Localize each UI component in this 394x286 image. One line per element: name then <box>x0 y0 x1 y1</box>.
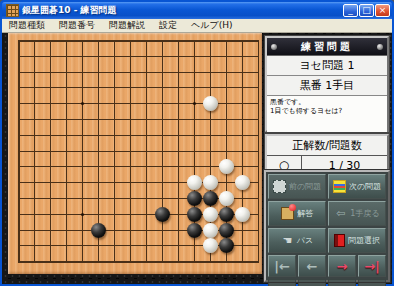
board-grid-icon <box>273 180 286 193</box>
empty-button-row <box>268 279 386 286</box>
nav-first-button[interactable]: |← <box>268 255 296 277</box>
go-board[interactable] <box>8 33 262 274</box>
nav-next-button[interactable]: → <box>328 255 356 277</box>
problem-panel-header: 練習問題 <box>267 38 387 56</box>
star-point <box>81 213 84 216</box>
black-stone <box>219 238 234 253</box>
white-stone <box>235 175 250 190</box>
problem-select-button[interactable]: 問題選択 <box>328 228 386 253</box>
score-header: 正解数/問題数 <box>267 136 387 156</box>
next-problem-button[interactable]: 次の問題 <box>328 174 386 199</box>
black-stone <box>91 223 106 238</box>
answer-board-icon <box>281 207 294 220</box>
white-stone <box>235 207 250 222</box>
screw-icon <box>377 44 383 50</box>
black-stone <box>187 207 202 222</box>
white-stone <box>203 238 218 253</box>
problem-type-label: ヨセ問題 1 <box>267 56 387 76</box>
prev-problem-button[interactable]: 前の問題 <box>268 174 326 199</box>
black-stone <box>219 207 234 222</box>
white-stone <box>187 175 202 190</box>
turn-label: 黒番 1手目 <box>267 76 387 96</box>
button-grid: 前の問題 次の問題 解答 ⇦ 1手戻る ☚ パス <box>268 174 386 253</box>
navigation-row: |← ← → →| <box>268 255 386 277</box>
screw-icon <box>271 44 277 50</box>
black-stone <box>203 191 218 206</box>
white-stone <box>203 223 218 238</box>
problem-info-box: 練習問題 ヨセ問題 1 黒番 1手目 黒番です。 1目でも得するヨセは? <box>265 36 389 132</box>
undo-move-button[interactable]: ⇦ 1手戻る <box>328 201 386 226</box>
window-title: 銀星囲碁10 - 練習問題 <box>22 4 342 17</box>
close-button[interactable]: × <box>375 4 390 17</box>
menu-help[interactable]: ヘルプ(H) <box>184 19 239 32</box>
answer-button[interactable]: 解答 <box>268 201 326 226</box>
problem-list-icon <box>333 180 346 193</box>
undo-arrow-icon: ⇦ <box>334 207 347 220</box>
nav-last-button[interactable]: →| <box>358 255 386 277</box>
star-point <box>81 102 84 105</box>
nav-prev-button[interactable]: ← <box>298 255 326 277</box>
empty-cell <box>328 279 356 286</box>
minimize-button[interactable]: _ <box>343 4 358 17</box>
main-area: 練習問題 ヨセ問題 1 黒番 1手目 黒番です。 1目でも得するヨセは? 正解数… <box>2 33 392 284</box>
description-line1: 黒番です。 <box>270 98 384 107</box>
maximize-button[interactable]: □ <box>359 4 374 17</box>
menu-problem-answer[interactable]: 問題解説 <box>102 19 152 32</box>
description-line2: 1目でも得するヨセは? <box>270 107 384 116</box>
new-badge-icon <box>289 204 296 211</box>
black-stone <box>155 207 170 222</box>
black-stone <box>187 223 202 238</box>
pass-button[interactable]: ☚ パス <box>268 228 326 253</box>
white-stone <box>203 175 218 190</box>
problem-description: 黒番です。 1目でも得するヨセは? <box>267 96 387 136</box>
problem-panel-title: 練習問題 <box>301 40 353 54</box>
white-stone <box>203 96 218 111</box>
black-stone <box>219 223 234 238</box>
control-panel: 前の問題 次の問題 解答 ⇦ 1手戻る ☚ パス <box>264 170 390 282</box>
menu-problem-type[interactable]: 問題種類 <box>2 19 52 32</box>
red-book-icon <box>334 234 345 247</box>
app-icon <box>6 4 19 17</box>
title-bar[interactable]: 銀星囲碁10 - 練習問題 _ □ × <box>2 2 392 19</box>
star-point <box>193 102 196 105</box>
app-window: 銀星囲碁10 - 練習問題 _ □ × 問題種類 問題番号 問題解説 設定 ヘル… <box>0 0 394 286</box>
hand-stone-icon: ☚ <box>281 234 294 247</box>
empty-cell <box>298 279 326 286</box>
empty-cell <box>358 279 386 286</box>
menu-bar: 問題種類 問題番号 問題解説 設定 ヘルプ(H) <box>2 19 392 33</box>
white-stone <box>219 159 234 174</box>
white-stone <box>219 191 234 206</box>
white-stone <box>203 207 218 222</box>
empty-cell <box>268 279 296 286</box>
menu-problem-number[interactable]: 問題番号 <box>52 19 102 32</box>
black-stone <box>187 191 202 206</box>
menu-settings[interactable]: 設定 <box>152 19 184 32</box>
